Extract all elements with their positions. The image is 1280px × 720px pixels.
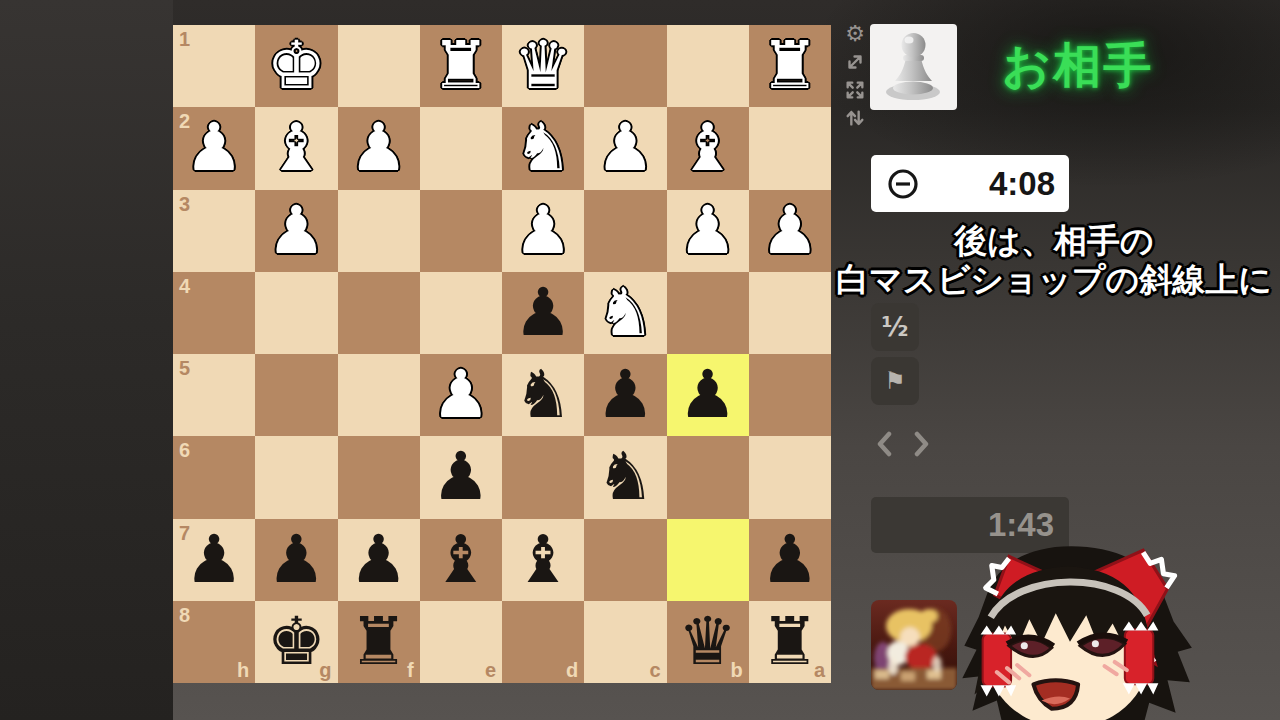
piece-black-pawn[interactable]: ♟ <box>514 272 573 354</box>
square-d6[interactable] <box>502 436 584 518</box>
piece-black-pawn[interactable]: ♟ <box>267 519 326 601</box>
piece-black-bishop[interactable]: ♝ <box>514 519 573 601</box>
resign-button[interactable]: ⚑ <box>871 357 919 405</box>
square-e6[interactable]: ♟ <box>420 436 502 518</box>
square-f7[interactable]: ♟ <box>338 519 420 601</box>
piece-white-pawn[interactable]: ♟ <box>431 354 490 436</box>
square-c1[interactable] <box>584 25 666 107</box>
square-b5[interactable]: ♟ <box>667 354 749 436</box>
subtitle-line-2: 白マスビショップの斜線上に <box>828 260 1280 299</box>
piece-white-pawn[interactable]: ♟ <box>678 190 737 272</box>
nav-next-button[interactable] <box>908 430 934 458</box>
square-e2[interactable] <box>420 107 502 189</box>
piece-black-knight[interactable]: ♞ <box>596 436 655 518</box>
file-label-d: d <box>566 660 578 680</box>
piece-white-king[interactable]: ♚ <box>267 25 326 107</box>
background-left-dark <box>0 0 173 720</box>
opponent-name: お相手 <box>1002 34 1153 98</box>
offer-draw-button[interactable]: ½ <box>871 303 919 351</box>
square-c4[interactable]: ♞ <box>584 272 666 354</box>
square-e1[interactable]: ♜ <box>420 25 502 107</box>
clock-minus-icon[interactable] <box>886 167 920 201</box>
piece-black-knight[interactable]: ♞ <box>514 354 573 436</box>
piece-black-pawn[interactable]: ♟ <box>185 519 244 601</box>
file-label-h: h <box>237 660 249 680</box>
square-a2[interactable] <box>749 107 831 189</box>
piece-black-pawn[interactable]: ♟ <box>431 436 490 518</box>
square-e3[interactable] <box>420 190 502 272</box>
subtitle: 後は、相手の 白マスビショップの斜線上に <box>828 221 1280 299</box>
piece-white-rook[interactable]: ♜ <box>760 25 819 107</box>
piece-black-bishop[interactable]: ♝ <box>431 519 490 601</box>
nav-prev-button[interactable] <box>872 430 898 458</box>
square-a6[interactable] <box>749 436 831 518</box>
rank-label-7: 7 <box>179 523 190 543</box>
piece-black-queen[interactable]: ♛ <box>678 601 737 683</box>
square-c6[interactable]: ♞ <box>584 436 666 518</box>
square-d4[interactable]: ♟ <box>502 272 584 354</box>
square-e5[interactable]: ♟ <box>420 354 502 436</box>
square-h2[interactable]: 2♟ <box>173 107 255 189</box>
square-b3[interactable]: ♟ <box>667 190 749 272</box>
square-c8[interactable]: c <box>584 601 666 683</box>
piece-black-pawn[interactable]: ♟ <box>596 354 655 436</box>
file-label-b: b <box>731 660 743 680</box>
rank-label-5: 5 <box>179 358 190 378</box>
square-b7[interactable] <box>667 519 749 601</box>
piece-white-pawn[interactable]: ♟ <box>267 190 326 272</box>
square-b4[interactable] <box>667 272 749 354</box>
subtitle-line-1: 後は、相手の <box>828 221 1280 260</box>
square-h1[interactable]: 1 <box>173 25 255 107</box>
square-c7[interactable] <box>584 519 666 601</box>
square-d8[interactable]: d <box>502 601 584 683</box>
opponent-avatar <box>870 24 957 110</box>
opponent-clock: 4:08 <box>871 155 1069 212</box>
resize-diagonal-icon[interactable] <box>842 50 868 74</box>
piece-white-bishop[interactable]: ♝ <box>678 107 737 189</box>
move-navigation <box>872 430 934 458</box>
piece-white-pawn[interactable]: ♟ <box>596 107 655 189</box>
piece-white-pawn[interactable]: ♟ <box>760 190 819 272</box>
piece-black-pawn[interactable]: ♟ <box>760 519 819 601</box>
square-f6[interactable] <box>338 436 420 518</box>
flag-icon: ⚑ <box>884 367 906 395</box>
square-f3[interactable] <box>338 190 420 272</box>
pawn-avatar-image <box>870 24 957 110</box>
piece-white-knight[interactable]: ♞ <box>514 107 573 189</box>
square-g6[interactable] <box>255 436 337 518</box>
square-f5[interactable] <box>338 354 420 436</box>
fullscreen-icon[interactable] <box>842 78 868 102</box>
square-a4[interactable] <box>749 272 831 354</box>
piece-black-pawn[interactable]: ♟ <box>678 354 737 436</box>
square-h5[interactable]: 5 <box>173 354 255 436</box>
piece-white-pawn[interactable]: ♟ <box>185 107 244 189</box>
square-g5[interactable] <box>255 354 337 436</box>
file-label-g: g <box>319 660 331 680</box>
yukkuri-reimu-character <box>944 532 1198 720</box>
piece-white-pawn[interactable]: ♟ <box>349 107 408 189</box>
square-h6[interactable]: 6 <box>173 436 255 518</box>
piece-black-rook[interactable]: ♜ <box>760 601 819 683</box>
rank-label-6: 6 <box>179 440 190 460</box>
square-h8[interactable]: 8h <box>173 601 255 683</box>
screen: 1♚♜♛♜2♟♝♟♞♟♝3♟♟♟♟4♟♞5♟♞♟♟6♟♞7♟♟♟♝♝♟8hg♚f… <box>0 0 1280 720</box>
file-label-c: c <box>649 660 660 680</box>
square-d1[interactable]: ♛ <box>502 25 584 107</box>
square-c3[interactable] <box>584 190 666 272</box>
square-f1[interactable] <box>338 25 420 107</box>
square-f8[interactable]: f♜ <box>338 601 420 683</box>
square-g1[interactable]: ♚ <box>255 25 337 107</box>
piece-black-pawn[interactable]: ♟ <box>349 519 408 601</box>
piece-white-bishop[interactable]: ♝ <box>267 107 326 189</box>
piece-black-king[interactable]: ♚ <box>267 601 326 683</box>
square-a5[interactable] <box>749 354 831 436</box>
square-b8[interactable]: b♛ <box>667 601 749 683</box>
square-h3[interactable]: 3 <box>173 190 255 272</box>
square-a7[interactable]: ♟ <box>749 519 831 601</box>
square-f4[interactable] <box>338 272 420 354</box>
square-a1[interactable]: ♜ <box>749 25 831 107</box>
rank-label-8: 8 <box>179 605 190 625</box>
rank-label-1: 1 <box>179 29 190 49</box>
square-d7[interactable]: ♝ <box>502 519 584 601</box>
piece-white-knight[interactable]: ♞ <box>596 272 655 354</box>
rank-label-2: 2 <box>179 111 190 131</box>
square-f2[interactable]: ♟ <box>338 107 420 189</box>
square-g2[interactable]: ♝ <box>255 107 337 189</box>
square-g8[interactable]: g♚ <box>255 601 337 683</box>
rank-label-4: 4 <box>179 276 190 296</box>
piece-white-rook[interactable]: ♜ <box>431 25 490 107</box>
square-e7[interactable]: ♝ <box>420 519 502 601</box>
square-c5[interactable]: ♟ <box>584 354 666 436</box>
square-g3[interactable]: ♟ <box>255 190 337 272</box>
opponent-time: 4:08 <box>989 165 1055 203</box>
square-h7[interactable]: 7♟ <box>173 519 255 601</box>
square-d3[interactable]: ♟ <box>502 190 584 272</box>
file-label-e: e <box>485 660 496 680</box>
settings-gear-icon[interactable]: ⚙ <box>842 22 868 46</box>
piece-white-queen[interactable]: ♛ <box>514 25 573 107</box>
square-g4[interactable] <box>255 272 337 354</box>
chess-board: 1♚♜♛♜2♟♝♟♞♟♝3♟♟♟♟4♟♞5♟♞♟♟6♟♞7♟♟♟♝♝♟8hg♚f… <box>173 25 831 683</box>
square-a3[interactable]: ♟ <box>749 190 831 272</box>
square-e8[interactable]: e <box>420 601 502 683</box>
square-b6[interactable] <box>667 436 749 518</box>
square-h4[interactable]: 4 <box>173 272 255 354</box>
board-tools: ⚙ <box>842 22 868 130</box>
square-e4[interactable] <box>420 272 502 354</box>
square-d2[interactable]: ♞ <box>502 107 584 189</box>
square-d5[interactable]: ♞ <box>502 354 584 436</box>
file-label-f: f <box>407 660 414 680</box>
square-b2[interactable]: ♝ <box>667 107 749 189</box>
square-c2[interactable]: ♟ <box>584 107 666 189</box>
flip-board-icon[interactable] <box>842 106 868 130</box>
rank-label-3: 3 <box>179 194 190 214</box>
square-b1[interactable] <box>667 25 749 107</box>
piece-black-rook[interactable]: ♜ <box>349 601 408 683</box>
square-g7[interactable]: ♟ <box>255 519 337 601</box>
piece-white-pawn[interactable]: ♟ <box>514 190 573 272</box>
square-a8[interactable]: a♜ <box>749 601 831 683</box>
file-label-a: a <box>814 660 825 680</box>
